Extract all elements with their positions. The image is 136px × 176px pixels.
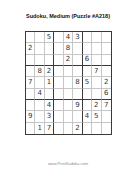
page: Sudoku, Medium (Puzzle #A218) 5432826827… bbox=[0, 0, 136, 176]
cell-r2c9 bbox=[102, 43, 111, 54]
cell-r1c9 bbox=[102, 32, 111, 43]
cell-r2c4 bbox=[54, 43, 63, 54]
cell-r9c8 bbox=[92, 123, 101, 134]
cell-r8c5 bbox=[64, 111, 73, 122]
cell-r4c5 bbox=[64, 66, 73, 77]
cell-r5c4 bbox=[54, 77, 63, 88]
cell-r7c2 bbox=[35, 100, 44, 111]
cell-r2c6 bbox=[73, 43, 82, 54]
cell-r5c2 bbox=[35, 77, 44, 88]
cell-r2c8 bbox=[92, 43, 101, 54]
cell-r9c3: 7 bbox=[45, 123, 54, 134]
cell-r8c7: 4 bbox=[83, 111, 92, 122]
cell-r6c8 bbox=[92, 89, 101, 100]
cell-r8c8: 5 bbox=[92, 111, 101, 122]
cell-r6c9: 6 bbox=[102, 89, 111, 100]
cell-r7c8: 2 bbox=[92, 100, 101, 111]
cell-r7c6: 9 bbox=[73, 100, 82, 111]
cell-r3c8 bbox=[92, 55, 101, 66]
cell-r4c2: 8 bbox=[35, 66, 44, 77]
cell-r9c2: 1 bbox=[35, 123, 44, 134]
cell-r4c9 bbox=[102, 66, 111, 77]
puzzle-title: Sudoku, Medium (Puzzle #A218) bbox=[0, 13, 136, 19]
cell-r4c8: 7 bbox=[92, 66, 101, 77]
cell-r6c2: 4 bbox=[35, 89, 44, 100]
cell-r3c6 bbox=[73, 55, 82, 66]
cell-r5c8 bbox=[92, 77, 101, 88]
cell-r4c6 bbox=[73, 66, 82, 77]
cell-r1c2 bbox=[35, 32, 44, 43]
cell-r5c3: 1 bbox=[45, 77, 54, 88]
cell-r3c3 bbox=[45, 55, 54, 66]
cell-r5c7: 5 bbox=[83, 77, 92, 88]
cell-r5c9: 2 bbox=[102, 77, 111, 88]
sudoku-grid: 5432826827718524649279345172 bbox=[25, 31, 112, 135]
cell-r1c3: 5 bbox=[45, 32, 54, 43]
cell-r3c1 bbox=[26, 55, 35, 66]
footer-url: www.PrintSudoku.com bbox=[0, 161, 136, 166]
cell-r3c7: 6 bbox=[83, 55, 92, 66]
cell-r3c5: 2 bbox=[64, 55, 73, 66]
cell-r1c4 bbox=[54, 32, 63, 43]
cell-r4c7 bbox=[83, 66, 92, 77]
cell-r7c3: 4 bbox=[45, 100, 54, 111]
cell-r3c9 bbox=[102, 55, 111, 66]
cell-r9c4 bbox=[54, 123, 63, 134]
cell-r2c7 bbox=[83, 43, 92, 54]
cell-r8c2 bbox=[35, 111, 44, 122]
cell-r1c8 bbox=[92, 32, 101, 43]
cell-r3c2 bbox=[35, 55, 44, 66]
cell-r7c7 bbox=[83, 100, 92, 111]
cell-r6c6 bbox=[73, 89, 82, 100]
cell-r7c1 bbox=[26, 100, 35, 111]
cell-r9c6: 2 bbox=[73, 123, 82, 134]
cell-r4c1 bbox=[26, 66, 35, 77]
cell-r8c3: 3 bbox=[45, 111, 54, 122]
cell-r8c4 bbox=[54, 111, 63, 122]
cell-r6c7 bbox=[83, 89, 92, 100]
cell-r8c9 bbox=[102, 111, 111, 122]
cell-r6c4 bbox=[54, 89, 63, 100]
cell-r6c5 bbox=[64, 89, 73, 100]
cell-r2c5: 8 bbox=[64, 43, 73, 54]
cell-r9c1 bbox=[26, 123, 35, 134]
cell-r7c9: 7 bbox=[102, 100, 111, 111]
cell-r9c7 bbox=[83, 123, 92, 134]
cell-r6c3 bbox=[45, 89, 54, 100]
cell-r6c1 bbox=[26, 89, 35, 100]
cell-r2c1: 2 bbox=[26, 43, 35, 54]
cell-r9c9 bbox=[102, 123, 111, 134]
cell-r7c5 bbox=[64, 100, 73, 111]
cell-r1c6: 3 bbox=[73, 32, 82, 43]
cell-r2c2 bbox=[35, 43, 44, 54]
cell-r9c5 bbox=[64, 123, 73, 134]
cell-r5c6: 8 bbox=[73, 77, 82, 88]
cell-r4c3: 2 bbox=[45, 66, 54, 77]
cell-r4c4 bbox=[54, 66, 63, 77]
cell-r5c5 bbox=[64, 77, 73, 88]
cell-r1c5: 4 bbox=[64, 32, 73, 43]
cell-r7c4 bbox=[54, 100, 63, 111]
cell-r1c1 bbox=[26, 32, 35, 43]
cell-r1c7 bbox=[83, 32, 92, 43]
cell-r3c4 bbox=[54, 55, 63, 66]
cell-r2c3 bbox=[45, 43, 54, 54]
cell-r8c6 bbox=[73, 111, 82, 122]
cell-r8c1: 9 bbox=[26, 111, 35, 122]
cell-r5c1: 7 bbox=[26, 77, 35, 88]
